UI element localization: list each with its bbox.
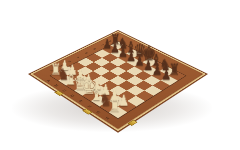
product-photo-scene: ♜♞♝♛♚♝♞♜♟♟♟♟♟♟♟♟♟♟♟♟♟♟♟♟♜♞♝♛♚♝♞♜ 8765432… — [0, 0, 240, 150]
square-e5[interactable] — [118, 71, 135, 80]
black-pawn-h7[interactable]: ♟ — [160, 68, 172, 82]
square-b4[interactable] — [85, 62, 101, 71]
square-g5[interactable] — [135, 81, 152, 91]
square-h4[interactable] — [136, 91, 154, 102]
file-label-d: D — [67, 92, 79, 99]
white-rook-h1[interactable]: ♜ — [108, 97, 121, 114]
file-label-b: B — [51, 82, 62, 89]
